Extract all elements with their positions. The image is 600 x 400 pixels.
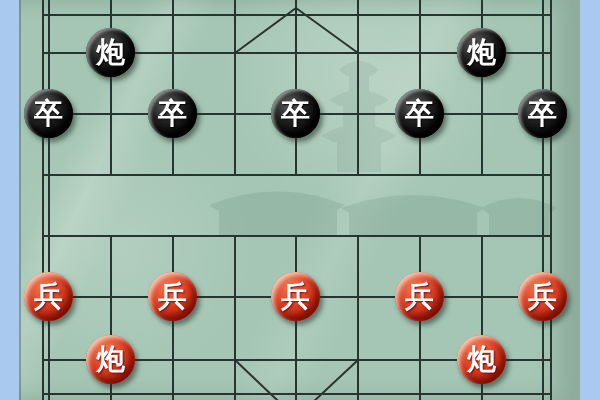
piece-black-cannon[interactable]: 炮 [86,28,135,77]
piece-glyph: 炮 [96,38,125,67]
piece-glyph: 兵 [34,282,63,311]
piece-black-soldier[interactable]: 卒 [148,89,197,138]
piece-red-soldier[interactable]: 兵 [395,272,444,321]
piece-glyph: 炮 [96,345,125,374]
piece-layer: 炮炮卒卒卒卒卒兵兵兵兵兵炮炮 [19,0,580,400]
piece-black-soldier[interactable]: 卒 [395,89,444,138]
piece-black-soldier[interactable]: 卒 [271,89,320,138]
piece-red-soldier[interactable]: 兵 [148,272,197,321]
piece-glyph: 炮 [467,38,496,67]
page-background: 炮炮卒卒卒卒卒兵兵兵兵兵炮炮 [0,0,600,400]
piece-black-soldier[interactable]: 卒 [24,89,73,138]
piece-glyph: 卒 [405,99,434,128]
piece-glyph: 卒 [528,99,557,128]
piece-black-soldier[interactable]: 卒 [518,89,567,138]
xiangqi-board[interactable]: 炮炮卒卒卒卒卒兵兵兵兵兵炮炮 [19,0,580,400]
piece-glyph: 兵 [281,282,310,311]
piece-glyph: 卒 [281,99,310,128]
piece-black-cannon[interactable]: 炮 [457,28,506,77]
piece-red-cannon[interactable]: 炮 [86,335,135,384]
piece-glyph: 卒 [158,99,187,128]
piece-glyph: 兵 [528,282,557,311]
piece-red-soldier[interactable]: 兵 [518,272,567,321]
piece-glyph: 兵 [405,282,434,311]
piece-red-cannon[interactable]: 炮 [457,335,506,384]
piece-red-soldier[interactable]: 兵 [24,272,73,321]
piece-glyph: 兵 [158,282,187,311]
piece-glyph: 卒 [34,99,63,128]
piece-red-soldier[interactable]: 兵 [271,272,320,321]
piece-glyph: 炮 [467,345,496,374]
